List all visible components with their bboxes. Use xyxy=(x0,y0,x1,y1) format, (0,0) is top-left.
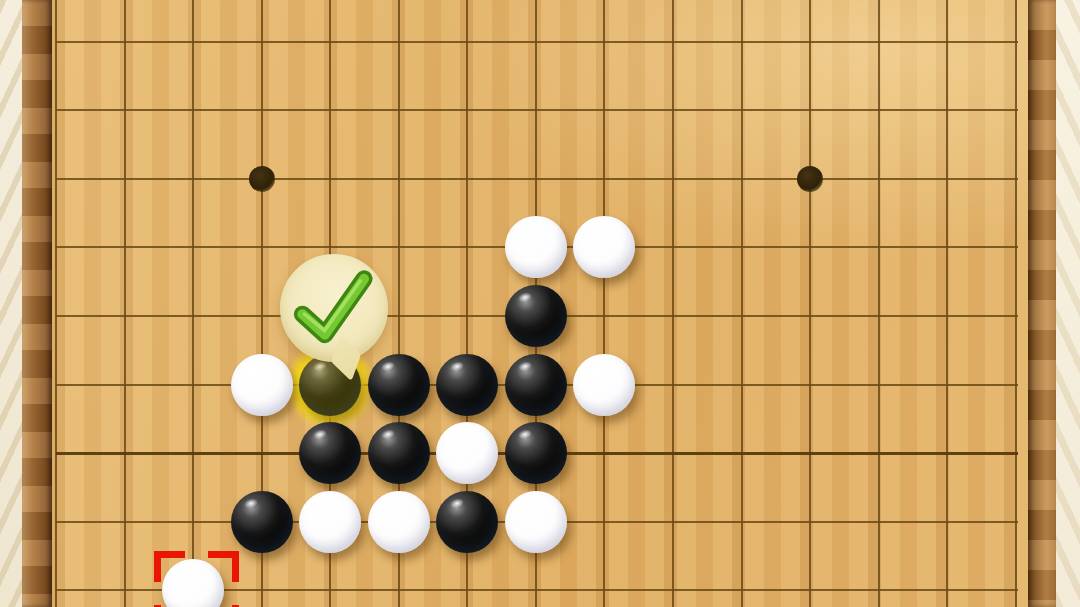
check-icon xyxy=(285,267,380,349)
stone-white-6-9 xyxy=(368,491,430,553)
stone-black-6-7 xyxy=(368,354,430,416)
background-margin-right xyxy=(1056,0,1080,607)
stone-black-7-7 xyxy=(436,354,498,416)
star-point-4-4 xyxy=(249,166,275,192)
board-left-rail xyxy=(22,0,52,607)
grid-line-col-9 xyxy=(603,0,605,607)
stone-black-6-8 xyxy=(368,422,430,484)
stone-white-9-7 xyxy=(573,354,635,416)
hint-balloon xyxy=(280,254,388,362)
grid-line-col-10 xyxy=(672,0,674,607)
stone-black-8-8 xyxy=(505,422,567,484)
stone-black-5-8 xyxy=(299,422,361,484)
stone-white-8-5 xyxy=(505,216,567,278)
grid-line-col-13 xyxy=(878,0,880,607)
background-margin-left xyxy=(0,0,22,607)
stone-white-4-7 xyxy=(231,354,293,416)
stone-white-5-9 xyxy=(299,491,361,553)
grid-line-row-4 xyxy=(56,178,1018,180)
grid-line-col-2 xyxy=(124,0,126,607)
board-right-rail xyxy=(1028,0,1056,607)
grid-line-col-1 xyxy=(55,0,57,607)
gomoku-lesson-screen xyxy=(0,0,1080,607)
grid-line-col-14 xyxy=(946,0,948,607)
stone-black-8-6 xyxy=(505,285,567,347)
star-point-12-4 xyxy=(797,166,823,192)
stone-black-8-7 xyxy=(505,354,567,416)
stone-black-4-9 xyxy=(231,491,293,553)
grid-line-row-3 xyxy=(56,109,1018,111)
grid-line-row-2 xyxy=(56,41,1018,43)
grid-line-col-3 xyxy=(192,0,194,607)
grid-line-col-12 xyxy=(809,0,811,607)
grid-line-col-11 xyxy=(741,0,743,607)
stone-black-7-9 xyxy=(436,491,498,553)
grid-line-col-15 xyxy=(1015,0,1017,607)
stone-white-8-9 xyxy=(505,491,567,553)
